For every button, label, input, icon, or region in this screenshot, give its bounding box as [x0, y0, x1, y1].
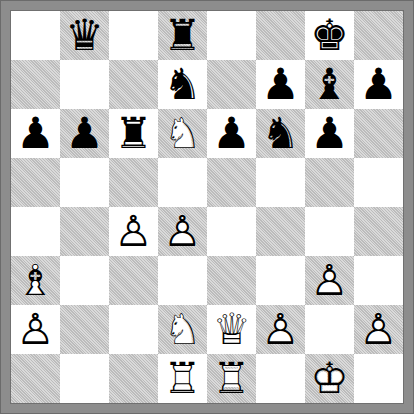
square-e2[interactable]: ♛♕ — [207, 305, 256, 354]
square-d8[interactable]: ♜ — [158, 11, 207, 60]
square-f4[interactable] — [256, 207, 305, 256]
square-a1[interactable] — [11, 354, 60, 403]
square-b2[interactable] — [60, 305, 109, 354]
square-h8[interactable] — [354, 11, 403, 60]
square-f6[interactable]: ♞ — [256, 109, 305, 158]
square-f5[interactable] — [256, 158, 305, 207]
square-e8[interactable] — [207, 11, 256, 60]
square-b5[interactable] — [60, 158, 109, 207]
chess-board: ♛♜♚♞♟♝♟♟♟♜♞♘♟♞♟♟♙♟♙♝♗♟♙♟♙♞♘♛♕♟♙♟♙♜♖♜♖♚♔ — [11, 11, 403, 403]
piece-white-knight: ♞♘ — [158, 109, 207, 158]
square-g2[interactable] — [305, 305, 354, 354]
square-g7[interactable]: ♝ — [305, 60, 354, 109]
square-c5[interactable] — [109, 158, 158, 207]
square-a3[interactable]: ♝♗ — [11, 256, 60, 305]
square-d4[interactable]: ♟♙ — [158, 207, 207, 256]
square-c1[interactable] — [109, 354, 158, 403]
square-b4[interactable] — [60, 207, 109, 256]
piece-black-pawn: ♟ — [60, 109, 109, 158]
piece-black-knight: ♞ — [158, 60, 207, 109]
square-e4[interactable] — [207, 207, 256, 256]
square-c8[interactable] — [109, 11, 158, 60]
piece-black-pawn: ♟ — [11, 109, 60, 158]
square-c6[interactable]: ♜ — [109, 109, 158, 158]
piece-black-pawn: ♟ — [256, 60, 305, 109]
piece-black-pawn: ♟ — [207, 109, 256, 158]
piece-white-rook: ♜♖ — [207, 354, 256, 403]
piece-white-queen: ♛♕ — [207, 305, 256, 354]
square-g8[interactable]: ♚ — [305, 11, 354, 60]
square-c7[interactable] — [109, 60, 158, 109]
square-a6[interactable]: ♟ — [11, 109, 60, 158]
square-h7[interactable]: ♟ — [354, 60, 403, 109]
piece-black-bishop: ♝ — [305, 60, 354, 109]
square-d1[interactable]: ♜♖ — [158, 354, 207, 403]
square-h2[interactable]: ♟♙ — [354, 305, 403, 354]
square-a7[interactable] — [11, 60, 60, 109]
piece-white-pawn: ♟♙ — [354, 305, 403, 354]
square-a2[interactable]: ♟♙ — [11, 305, 60, 354]
square-g5[interactable] — [305, 158, 354, 207]
piece-white-rook: ♜♖ — [158, 354, 207, 403]
piece-white-pawn: ♟♙ — [305, 256, 354, 305]
square-d5[interactable] — [158, 158, 207, 207]
square-d3[interactable] — [158, 256, 207, 305]
piece-white-bishop: ♝♗ — [11, 256, 60, 305]
square-b1[interactable] — [60, 354, 109, 403]
square-e7[interactable] — [207, 60, 256, 109]
square-g4[interactable] — [305, 207, 354, 256]
square-f2[interactable]: ♟♙ — [256, 305, 305, 354]
square-e6[interactable]: ♟ — [207, 109, 256, 158]
square-c3[interactable] — [109, 256, 158, 305]
square-f1[interactable] — [256, 354, 305, 403]
square-g6[interactable]: ♟ — [305, 109, 354, 158]
square-c2[interactable] — [109, 305, 158, 354]
square-e1[interactable]: ♜♖ — [207, 354, 256, 403]
square-h6[interactable] — [354, 109, 403, 158]
square-h5[interactable] — [354, 158, 403, 207]
square-d2[interactable]: ♞♘ — [158, 305, 207, 354]
square-g3[interactable]: ♟♙ — [305, 256, 354, 305]
square-c4[interactable]: ♟♙ — [109, 207, 158, 256]
square-a8[interactable] — [11, 11, 60, 60]
square-d7[interactable]: ♞ — [158, 60, 207, 109]
square-h4[interactable] — [354, 207, 403, 256]
piece-white-king: ♚♔ — [305, 354, 354, 403]
square-b3[interactable] — [60, 256, 109, 305]
square-f7[interactable]: ♟ — [256, 60, 305, 109]
square-a5[interactable] — [11, 158, 60, 207]
square-e5[interactable] — [207, 158, 256, 207]
square-a4[interactable] — [11, 207, 60, 256]
square-h1[interactable] — [354, 354, 403, 403]
square-g1[interactable]: ♚♔ — [305, 354, 354, 403]
piece-black-knight: ♞ — [256, 109, 305, 158]
board-frame: ♛♜♚♞♟♝♟♟♟♜♞♘♟♞♟♟♙♟♙♝♗♟♙♟♙♞♘♛♕♟♙♟♙♜♖♜♖♚♔ — [0, 0, 414, 414]
square-d6[interactable]: ♞♘ — [158, 109, 207, 158]
square-f8[interactable] — [256, 11, 305, 60]
square-b6[interactable]: ♟ — [60, 109, 109, 158]
piece-white-pawn: ♟♙ — [109, 207, 158, 256]
piece-white-knight: ♞♘ — [158, 305, 207, 354]
piece-white-pawn: ♟♙ — [158, 207, 207, 256]
piece-black-king: ♚ — [305, 11, 354, 60]
square-h3[interactable] — [354, 256, 403, 305]
piece-black-rook: ♜ — [158, 11, 207, 60]
piece-black-queen: ♛ — [60, 11, 109, 60]
piece-black-rook: ♜ — [109, 109, 158, 158]
piece-black-pawn: ♟ — [305, 109, 354, 158]
piece-black-pawn: ♟ — [354, 60, 403, 109]
piece-white-pawn: ♟♙ — [11, 305, 60, 354]
square-f3[interactable] — [256, 256, 305, 305]
square-b8[interactable]: ♛ — [60, 11, 109, 60]
square-e3[interactable] — [207, 256, 256, 305]
piece-white-pawn: ♟♙ — [256, 305, 305, 354]
square-b7[interactable] — [60, 60, 109, 109]
